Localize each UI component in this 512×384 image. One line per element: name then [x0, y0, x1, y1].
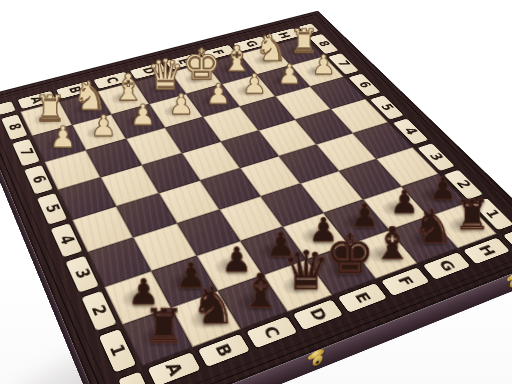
rank-label-1-left-text: 1	[105, 342, 130, 359]
file-label-c-near-text: C	[259, 323, 285, 340]
brass-clasp-icon	[307, 349, 326, 371]
file-label-b-far-text: B	[66, 85, 85, 95]
file-label-h-near-text: H	[474, 243, 499, 259]
corner-block	[117, 370, 150, 384]
file-label-b-near-text: B	[211, 341, 237, 359]
file-label-h-far-text: H	[274, 31, 292, 40]
rank-label-6-left: 6	[23, 164, 54, 195]
rank-label-6-left-text: 6	[28, 174, 49, 186]
file-label-f-far-text: F	[209, 49, 227, 57]
rank-label-1-left: 1	[97, 328, 138, 374]
rank-label-3-left-text: 3	[70, 266, 93, 281]
rank-label-3-right-text: 3	[425, 151, 446, 162]
photo-background: ABCDEFGH8♜♞♝♛♚♝♞♜87♟♟♟♟♟♟♟♟7665544332♟♟♟…	[0, 0, 512, 384]
file-label-g-near-text: G	[434, 258, 459, 274]
file-label-g-far-text: G	[242, 40, 260, 49]
file-label-d-near-text: D	[305, 306, 331, 324]
file-label-e-near-text: E	[350, 290, 374, 305]
file-label-b-far: B	[55, 81, 95, 100]
file-label-a-far: A	[16, 90, 57, 110]
file-label-c-near: C	[245, 315, 299, 349]
rank-label-1-right-text: 1	[481, 208, 504, 221]
file-label-h-near: H	[462, 237, 512, 266]
rank-label-4-right-text: 4	[400, 126, 420, 136]
rank-label-2-left-text: 2	[87, 303, 111, 319]
file-label-g-near: G	[421, 251, 472, 281]
rank-label-5-left-text: 5	[41, 202, 62, 215]
rank-label-8-left-text: 8	[5, 122, 24, 132]
square-c3	[177, 210, 240, 256]
rank-label-7-right-text: 7	[334, 59, 352, 68]
file-label-e-far-text: E	[174, 57, 192, 65]
board-top-face: ABCDEFGH8♜♞♝♛♚♝♞♜87♟♟♟♟♟♟♟♟7665544332♟♟♟…	[0, 11, 512, 384]
rank-label-2-right-text: 2	[452, 178, 474, 190]
file-label-a-far-text: A	[27, 95, 46, 105]
board-grid: ABCDEFGH8♜♞♝♛♚♝♞♜87♟♟♟♟♟♟♟♟7665544332♟♟♟…	[0, 21, 512, 384]
rank-label-8-right-text: 8	[315, 40, 333, 48]
rank-label-5-right-text: 5	[377, 102, 396, 112]
rank-label-4-left-text: 4	[55, 233, 77, 247]
file-label-f-near-text: F	[393, 274, 417, 289]
rank-label-7-left-text: 7	[16, 147, 36, 158]
rank-label-6-right-text: 6	[355, 80, 374, 89]
file-label-a-near-text: A	[161, 360, 188, 379]
scene: ABCDEFGH8♜♞♝♛♚♝♞♜87♟♟♟♟♟♟♟♟7665544332♟♟♟…	[0, 0, 512, 384]
file-label-c-far-text: C	[103, 76, 121, 85]
chess-board: ABCDEFGH8♜♞♝♛♚♝♞♜87♟♟♟♟♟♟♟♟7665544332♟♟♟…	[0, 11, 512, 384]
file-label-b-near: B	[196, 333, 251, 369]
corner-block	[297, 23, 320, 35]
file-label-d-far-text: D	[139, 66, 158, 76]
rank-label-7-left: 7	[11, 138, 41, 167]
